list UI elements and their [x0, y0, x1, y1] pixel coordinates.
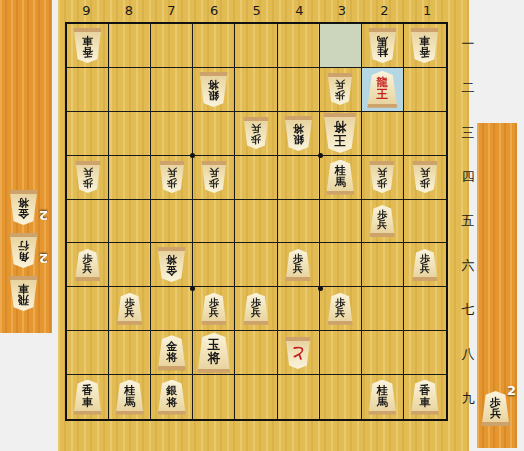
- square-8a[interactable]: [109, 24, 151, 68]
- piece-3g[interactable]: 歩兵: [327, 293, 353, 325]
- square-5a[interactable]: [235, 24, 277, 68]
- piece-4f[interactable]: 歩兵: [285, 249, 311, 281]
- piece-6g[interactable]: 歩兵: [201, 293, 227, 325]
- square-9f[interactable]: 歩兵: [67, 243, 109, 287]
- square-5e[interactable]: [235, 200, 277, 244]
- square-6a[interactable]: [193, 24, 235, 68]
- sente-hand-count: 2: [507, 383, 516, 398]
- square-1g[interactable]: [404, 287, 446, 331]
- square-2c[interactable]: [362, 112, 404, 156]
- file-label-1: 1: [406, 2, 449, 20]
- piece-gote-hand-2[interactable]: 飛車: [9, 276, 38, 311]
- piece-3b[interactable]: 歩兵: [327, 73, 353, 105]
- piece-2e[interactable]: 歩兵: [369, 205, 395, 237]
- square-3h[interactable]: [320, 331, 362, 375]
- square-4i[interactable]: [278, 375, 320, 419]
- square-5c[interactable]: 歩兵: [235, 112, 277, 156]
- piece-9d[interactable]: 歩兵: [75, 161, 101, 193]
- piece-7h[interactable]: 金将: [157, 335, 186, 370]
- piece-8i[interactable]: 桂馬: [115, 380, 144, 415]
- square-9i[interactable]: 香車: [67, 375, 109, 419]
- square-3b[interactable]: 歩兵: [320, 68, 362, 112]
- square-6e[interactable]: [193, 200, 235, 244]
- piece-4c[interactable]: 銀将: [284, 116, 313, 151]
- square-3i[interactable]: [320, 375, 362, 419]
- gote-hand-slot: 飛車: [9, 276, 38, 311]
- piece-5c[interactable]: 歩兵: [243, 117, 269, 149]
- rank-label-5: 五: [459, 199, 477, 243]
- hoshi-dot: [190, 153, 195, 158]
- piece-2a[interactable]: 桂馬: [368, 28, 397, 63]
- square-3d[interactable]: 桂馬: [320, 156, 362, 200]
- square-1a[interactable]: 香車: [404, 24, 446, 68]
- square-8e[interactable]: [109, 200, 151, 244]
- square-2b[interactable]: 龍王: [362, 68, 404, 112]
- square-7d[interactable]: 歩兵: [151, 156, 193, 200]
- square-4g[interactable]: [278, 287, 320, 331]
- square-9e[interactable]: [67, 200, 109, 244]
- square-2g[interactable]: [362, 287, 404, 331]
- square-4a[interactable]: [278, 24, 320, 68]
- square-8b[interactable]: [109, 68, 151, 112]
- square-8h[interactable]: [109, 331, 151, 375]
- hoshi-dot: [318, 153, 323, 158]
- piece-7i[interactable]: 銀将: [157, 380, 186, 415]
- file-label-9: 9: [65, 2, 108, 20]
- square-7g[interactable]: [151, 287, 193, 331]
- square-1i[interactable]: 香車: [404, 375, 446, 419]
- square-2h[interactable]: [362, 331, 404, 375]
- rank-label-9: 九: [459, 377, 477, 421]
- square-6b[interactable]: 銀将: [193, 68, 235, 112]
- square-7f[interactable]: 金将: [151, 243, 193, 287]
- piece-2i[interactable]: 桂馬: [368, 380, 397, 415]
- file-label-8: 8: [108, 2, 151, 20]
- piece-6h[interactable]: 玉将: [197, 333, 231, 373]
- gote-hand-count: 2: [39, 251, 48, 266]
- rank-label-2: 二: [459, 66, 477, 110]
- square-2f[interactable]: [362, 243, 404, 287]
- square-8c[interactable]: [109, 112, 151, 156]
- file-label-2: 2: [363, 2, 406, 20]
- square-1e[interactable]: [404, 200, 446, 244]
- square-9d[interactable]: 歩兵: [67, 156, 109, 200]
- square-2d[interactable]: 歩兵: [362, 156, 404, 200]
- gote-hand-count: 2: [39, 208, 48, 223]
- piece-1a[interactable]: 香車: [410, 28, 439, 63]
- rank-label-6: 六: [459, 244, 477, 288]
- square-7a[interactable]: [151, 24, 193, 68]
- piece-4h[interactable]: と: [285, 337, 311, 369]
- gote-hand-slot: 金将2: [9, 190, 38, 225]
- square-8i[interactable]: 桂馬: [109, 375, 151, 419]
- square-6i[interactable]: [193, 375, 235, 419]
- piece-1f[interactable]: 歩兵: [412, 249, 438, 281]
- rank-label-3: 三: [459, 111, 477, 155]
- rank-label-8: 八: [459, 332, 477, 376]
- square-5b[interactable]: [235, 68, 277, 112]
- file-label-6: 6: [193, 2, 236, 20]
- square-7i[interactable]: 銀将: [151, 375, 193, 419]
- square-3e[interactable]: [320, 200, 362, 244]
- piece-7f[interactable]: 金将: [157, 247, 186, 282]
- file-label-3: 3: [321, 2, 364, 20]
- square-6d[interactable]: 歩兵: [193, 156, 235, 200]
- piece-gote-hand-1[interactable]: 角行: [9, 233, 38, 268]
- square-4h[interactable]: と: [278, 331, 320, 375]
- piece-9i[interactable]: 香車: [73, 380, 102, 415]
- piece-6b[interactable]: 銀将: [199, 72, 228, 107]
- square-5f[interactable]: [235, 243, 277, 287]
- square-8f[interactable]: [109, 243, 151, 287]
- square-2a[interactable]: 桂馬: [362, 24, 404, 68]
- piece-sente-hand-0[interactable]: 歩兵: [481, 391, 510, 426]
- square-1h[interactable]: [404, 331, 446, 375]
- square-3a[interactable]: [320, 24, 362, 68]
- square-8d[interactable]: [109, 156, 151, 200]
- square-4d[interactable]: [278, 156, 320, 200]
- square-1c[interactable]: [404, 112, 446, 156]
- square-9h[interactable]: [67, 331, 109, 375]
- hoshi-dot: [190, 286, 195, 291]
- square-3f[interactable]: [320, 243, 362, 287]
- piece-3c[interactable]: 王将: [323, 113, 357, 153]
- square-2e[interactable]: 歩兵: [362, 200, 404, 244]
- square-6c[interactable]: [193, 112, 235, 156]
- rank-label-4: 四: [459, 155, 477, 199]
- square-5d[interactable]: [235, 156, 277, 200]
- piece-6d[interactable]: 歩兵: [201, 161, 227, 193]
- piece-9f[interactable]: 歩兵: [75, 249, 101, 281]
- square-9g[interactable]: [67, 287, 109, 331]
- square-2i[interactable]: 桂馬: [362, 375, 404, 419]
- square-4e[interactable]: [278, 200, 320, 244]
- square-4b[interactable]: [278, 68, 320, 112]
- square-4f[interactable]: 歩兵: [278, 243, 320, 287]
- piece-gote-hand-0[interactable]: 金将: [9, 190, 38, 225]
- piece-9a[interactable]: 香車: [73, 28, 102, 63]
- square-9b[interactable]: [67, 68, 109, 112]
- gote-hand-slot: 角行2: [9, 233, 38, 268]
- square-9a[interactable]: 香車: [67, 24, 109, 68]
- sente-hand-slot: 歩兵2: [481, 391, 510, 426]
- square-9c[interactable]: [67, 112, 109, 156]
- file-label-4: 4: [278, 2, 321, 20]
- piece-7d[interactable]: 歩兵: [159, 161, 185, 193]
- square-1d[interactable]: 歩兵: [404, 156, 446, 200]
- piece-2d[interactable]: 歩兵: [369, 161, 395, 193]
- file-label-5: 5: [235, 2, 278, 20]
- piece-1d[interactable]: 歩兵: [412, 161, 438, 193]
- file-label-7: 7: [150, 2, 193, 20]
- piece-5g[interactable]: 歩兵: [243, 293, 269, 325]
- square-7h[interactable]: 金将: [151, 331, 193, 375]
- piece-3d[interactable]: 桂馬: [326, 160, 355, 195]
- board-grid: 香車桂馬香車銀将歩兵龍王歩兵銀将王将歩兵歩兵歩兵桂馬歩兵歩兵歩兵歩兵金将歩兵歩兵…: [65, 22, 448, 421]
- piece-8g[interactable]: 歩兵: [117, 293, 143, 325]
- square-1f[interactable]: 歩兵: [404, 243, 446, 287]
- square-5i[interactable]: [235, 375, 277, 419]
- square-6h[interactable]: 玉将: [193, 331, 235, 375]
- square-7c[interactable]: [151, 112, 193, 156]
- square-3g[interactable]: 歩兵: [320, 287, 362, 331]
- square-8g[interactable]: 歩兵: [109, 287, 151, 331]
- piece-1i[interactable]: 香車: [410, 380, 439, 415]
- hoshi-dot: [318, 286, 323, 291]
- shogi-app: 9 8 7 6 5 4 3 2 1 一 二 三 四 五 六 七 八 九 香車桂馬…: [0, 0, 524, 451]
- square-5g[interactable]: 歩兵: [235, 287, 277, 331]
- square-3c[interactable]: 王将: [320, 112, 362, 156]
- square-6f[interactable]: [193, 243, 235, 287]
- piece-2b[interactable]: 龍王: [367, 71, 398, 108]
- square-1b[interactable]: [404, 68, 446, 112]
- square-6g[interactable]: 歩兵: [193, 287, 235, 331]
- square-4c[interactable]: 銀将: [278, 112, 320, 156]
- square-7e[interactable]: [151, 200, 193, 244]
- square-7b[interactable]: [151, 68, 193, 112]
- square-5h[interactable]: [235, 331, 277, 375]
- rank-label-1: 一: [459, 22, 477, 66]
- rank-label-7: 七: [459, 288, 477, 332]
